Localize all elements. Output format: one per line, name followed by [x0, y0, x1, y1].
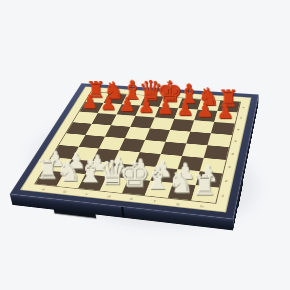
coord-file-f: f	[142, 199, 166, 204]
coord-rank-8: 8	[238, 102, 248, 113]
coord-rank-4: 4	[227, 147, 238, 161]
coord-file-h: h	[189, 204, 214, 210]
chess-board: ♜♞♝♛♚♝♞♜♟♟♟♟♟♟♟♟♟♟♟♟♟♟♟♟♜♞♝♛♚♝♞♜ abcdefg…	[10, 83, 259, 219]
piece-white-pawn-a2: ♟	[40, 148, 71, 169]
coord-rank-7: 7	[236, 113, 246, 125]
square-h4	[204, 145, 229, 160]
coord-file-e: e	[119, 197, 143, 202]
square-b4	[79, 135, 105, 149]
coord-rank-3: 3	[224, 160, 236, 174]
board-border: ♜♞♝♛♚♝♞♜♟♟♟♟♟♟♟♟♟♟♟♟♟♟♟♟♜♞♝♛♚♝♞♜ abcdefg…	[20, 87, 252, 213]
square-f8: ♝	[178, 98, 201, 109]
square-h6	[211, 122, 235, 135]
piece-red-rook-h8: ♜	[214, 86, 242, 110]
coord-rank-5: 5	[230, 135, 241, 148]
fold-seam	[121, 206, 124, 217]
product-photo: ♜♞♝♛♚♝♞♜♟♟♟♟♟♟♟♟♟♟♟♟♟♟♟♟♜♞♝♛♚♝♞♜ abcdefg…	[0, 0, 290, 290]
square-d3	[113, 150, 140, 165]
coord-file-a: a	[32, 187, 55, 192]
square-h5	[207, 133, 231, 147]
coord-file-c: c	[75, 192, 98, 197]
scene: ♜♞♝♛♚♝♞♜♟♟♟♟♟♟♟♟♟♟♟♟♟♟♟♟♜♞♝♛♚♝♞♜ abcdefg…	[0, 0, 290, 290]
square-d6	[130, 116, 154, 128]
coord-rank-6: 6	[233, 124, 244, 136]
square-h3	[200, 158, 226, 173]
coord-file-d: d	[97, 194, 121, 199]
piece-red-rook-a8: ♜	[82, 78, 109, 101]
latch-tab	[53, 209, 95, 218]
coord-file-b: b	[53, 189, 76, 194]
coord-rank-2: 2	[220, 174, 232, 189]
square-f7: ♟	[174, 108, 197, 120]
square-h1: ♜	[191, 185, 219, 202]
square-a3	[52, 145, 79, 159]
coord-file-g: g	[166, 201, 191, 207]
board-grid: ♜♞♝♛♚♝♞♜♟♟♟♟♟♟♟♟♟♟♟♟♟♟♟♟♜♞♝♛♚♝♞♜	[35, 92, 239, 203]
